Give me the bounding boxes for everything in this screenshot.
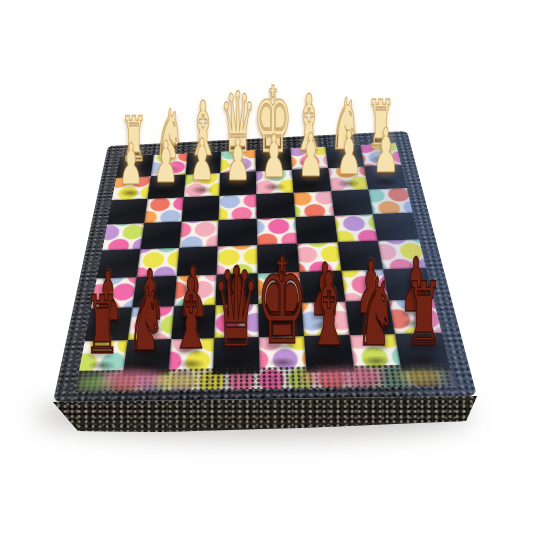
board-square[interactable] (181, 196, 219, 222)
board-square[interactable] (293, 191, 334, 217)
piece-white-pawn[interactable]: ♟ (225, 130, 250, 189)
pieces-layer: ♜♞♝♛♚♝♞♜♟♟♟♟♟♟♟♟♟♟♟♟♟♟♟♟♜♞♝♛♚♝♞♜ (0, 0, 533, 533)
polka-dot (242, 389, 271, 392)
board-square[interactable] (140, 222, 181, 249)
polka-dot (181, 390, 210, 392)
polka-dot (303, 388, 334, 392)
polka-dot (449, 344, 454, 368)
chalk-dust (78, 376, 113, 390)
board-square[interactable] (144, 197, 183, 223)
piece-black-king[interactable]: ♚ (257, 243, 308, 362)
polka-dot (273, 388, 303, 392)
piece-white-pawn[interactable]: ♟ (262, 128, 288, 187)
polka-dot (365, 387, 398, 392)
piece-white-pawn[interactable]: ♟ (298, 125, 324, 185)
piece-white-pawn[interactable]: ♟ (118, 136, 143, 193)
piece-white-pawn[interactable]: ♟ (189, 132, 214, 190)
piece-black-bishop[interactable]: ♝ (307, 259, 351, 361)
chalk-dust (396, 369, 447, 384)
board-square[interactable] (369, 188, 413, 214)
piece-black-rook[interactable]: ♜ (84, 285, 119, 366)
polka-dot (404, 161, 430, 176)
board-square[interactable] (107, 199, 147, 225)
piece-black-queen[interactable]: ♛ (213, 254, 260, 364)
board-square[interactable] (219, 194, 257, 220)
polka-dot (121, 391, 151, 392)
piece-black-bishop[interactable]: ♝ (170, 266, 212, 364)
board-square[interactable] (218, 219, 257, 247)
board-square[interactable] (334, 214, 378, 242)
board-square[interactable] (256, 193, 295, 219)
polka-dot (398, 143, 423, 151)
piece-white-pawn[interactable]: ♟ (373, 121, 399, 182)
polka-dot (396, 386, 430, 391)
piece-white-pawn[interactable]: ♟ (154, 134, 179, 192)
polka-dot (91, 391, 122, 392)
polka-dot (410, 185, 437, 201)
polka-dot (151, 390, 181, 392)
piece-white-pawn[interactable]: ♟ (335, 123, 361, 184)
piece-black-knight[interactable]: ♞ (356, 266, 396, 360)
board-square[interactable] (373, 213, 419, 241)
board-square[interactable] (331, 189, 373, 215)
piece-black-rook[interactable]: ♜ (405, 272, 443, 360)
piece-black-knight[interactable]: ♞ (127, 277, 165, 365)
board-square[interactable] (102, 223, 144, 250)
polka-dot (211, 389, 240, 392)
polka-dot (334, 387, 366, 391)
scene: ♜♞♝♛♚♝♞♜♟♟♟♟♟♟♟♟♟♟♟♟♟♟♟♟♜♞♝♛♚♝♞♜ (0, 0, 533, 533)
polka-dot (417, 212, 445, 229)
polka-dot (428, 386, 455, 392)
